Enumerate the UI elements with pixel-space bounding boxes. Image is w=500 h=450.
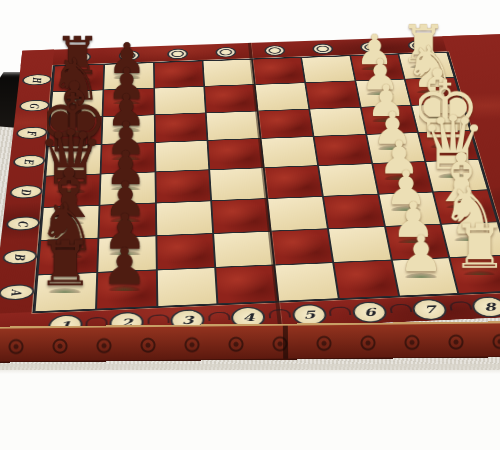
dark-rook-1[interactable]: ♜ [36,223,94,293]
board-perspective-wrapper: 12345678ABCDEFGH ♜♞♝♛♚♝♞♜♟♟♟♟♟♟♟♟♟♟♟♟♟♟♟… [0,0,500,326]
photo-scene: 12345678ABCDEFGH ♜♞♝♛♚♝♞♜♟♟♟♟♟♟♟♟♟♟♟♟♟♟♟… [0,0,500,450]
border-flourish [389,304,412,313]
light-rook-1[interactable]: ♜ [451,207,500,276]
pieces-layer: ♜♞♝♛♚♝♞♜♟♟♟♟♟♟♟♟♟♟♟♟♟♟♟♟♜♞♝♛♚♝♞♜ [0,34,500,341]
light-pawn-1[interactable]: ♟ [392,220,449,278]
chess-board: 12345678ABCDEFGH ♜♞♝♛♚♝♞♜♟♟♟♟♟♟♟♟♟♟♟♟♟♟♟… [0,34,500,341]
border-flourish [329,306,352,316]
border-flourish [208,311,230,321]
border-flourish [268,309,291,319]
dark-pawn-1[interactable]: ♟ [96,232,154,290]
foreground-table-edge [0,370,500,450]
border-flourish [448,301,472,310]
box-side-seam [283,326,288,359]
box-side-panel [0,321,500,362]
border-flourish [147,314,169,324]
